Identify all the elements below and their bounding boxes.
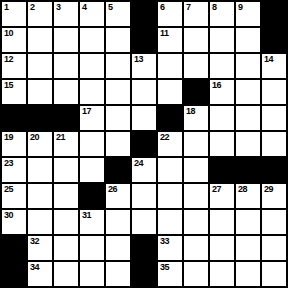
cell-r9c4[interactable] bbox=[106, 236, 130, 260]
cell-r5c8[interactable] bbox=[210, 132, 234, 156]
clue-number: 3 bbox=[56, 2, 61, 12]
clue-number: 6 bbox=[160, 2, 165, 12]
cell-r8c7[interactable] bbox=[184, 210, 208, 234]
black-cell-r4c1 bbox=[28, 106, 52, 130]
cell-r9c2[interactable] bbox=[54, 236, 78, 260]
cell-r9c3[interactable] bbox=[80, 236, 104, 260]
cell-r6c3[interactable] bbox=[80, 158, 104, 182]
cell-r10c3[interactable] bbox=[80, 262, 104, 286]
cell-r6c2[interactable] bbox=[54, 158, 78, 182]
cell-r8c0[interactable]: 30 bbox=[2, 210, 26, 234]
cell-r7c1[interactable] bbox=[28, 184, 52, 208]
cell-r0c8[interactable]: 8 bbox=[210, 2, 234, 26]
black-cell-r0c10 bbox=[262, 2, 286, 26]
black-cell-r4c2 bbox=[54, 106, 78, 130]
cell-r3c2[interactable] bbox=[54, 80, 78, 104]
cell-r0c7[interactable]: 7 bbox=[184, 2, 208, 26]
clue-number: 10 bbox=[4, 28, 13, 38]
cell-r8c10[interactable] bbox=[262, 210, 286, 234]
cell-r3c4[interactable] bbox=[106, 80, 130, 104]
cell-r9c8[interactable] bbox=[210, 236, 234, 260]
cell-r6c5[interactable]: 24 bbox=[132, 158, 156, 182]
clue-number: 12 bbox=[4, 54, 13, 64]
cell-r5c2[interactable]: 21 bbox=[54, 132, 78, 156]
cell-r2c8[interactable] bbox=[210, 54, 234, 78]
clue-number: 32 bbox=[30, 236, 39, 246]
black-cell-r6c9 bbox=[236, 158, 260, 182]
clue-number: 11 bbox=[160, 28, 169, 38]
cell-r7c10[interactable]: 29 bbox=[262, 184, 286, 208]
cell-r2c0[interactable]: 12 bbox=[2, 54, 26, 78]
cell-r0c4[interactable]: 5 bbox=[106, 2, 130, 26]
clue-number: 26 bbox=[108, 184, 117, 194]
cell-r8c6[interactable] bbox=[158, 210, 182, 234]
cell-r3c3[interactable] bbox=[80, 80, 104, 104]
black-cell-r7c3 bbox=[80, 184, 104, 208]
clue-number: 22 bbox=[160, 132, 169, 142]
black-cell-r6c8 bbox=[210, 158, 234, 182]
clue-number: 13 bbox=[134, 54, 143, 64]
clue-number: 23 bbox=[4, 158, 13, 168]
clue-number: 29 bbox=[264, 184, 273, 194]
cell-r7c0[interactable]: 25 bbox=[2, 184, 26, 208]
clue-number: 17 bbox=[82, 106, 91, 116]
cell-r0c0[interactable]: 1 bbox=[2, 2, 26, 26]
cell-r9c10[interactable] bbox=[262, 236, 286, 260]
cell-r2c5[interactable]: 13 bbox=[132, 54, 156, 78]
cell-r7c8[interactable]: 27 bbox=[210, 184, 234, 208]
cell-r2c3[interactable] bbox=[80, 54, 104, 78]
black-cell-r10c5 bbox=[132, 262, 156, 286]
black-cell-r5c5 bbox=[132, 132, 156, 156]
cell-r1c8[interactable] bbox=[210, 28, 234, 52]
cell-r2c2[interactable] bbox=[54, 54, 78, 78]
cell-r7c5[interactable] bbox=[132, 184, 156, 208]
clue-number: 21 bbox=[56, 132, 65, 142]
cell-r1c1[interactable] bbox=[28, 28, 52, 52]
cell-r2c10[interactable]: 14 bbox=[262, 54, 286, 78]
cell-r10c4[interactable] bbox=[106, 262, 130, 286]
cell-r1c0[interactable]: 10 bbox=[2, 28, 26, 52]
cell-r4c8[interactable] bbox=[210, 106, 234, 130]
clue-number: 34 bbox=[30, 262, 39, 272]
cell-r10c2[interactable] bbox=[54, 262, 78, 286]
cell-r2c4[interactable] bbox=[106, 54, 130, 78]
cell-r4c9[interactable] bbox=[236, 106, 260, 130]
crossword-board: 1234567891011121314151617181920212223242… bbox=[0, 0, 288, 288]
clue-number: 28 bbox=[238, 184, 247, 194]
cell-r1c6[interactable]: 11 bbox=[158, 28, 182, 52]
clue-number: 15 bbox=[4, 80, 13, 90]
cell-r10c6[interactable]: 35 bbox=[158, 262, 182, 286]
cell-r3c1[interactable] bbox=[28, 80, 52, 104]
clue-number: 25 bbox=[4, 184, 13, 194]
clue-number: 24 bbox=[134, 158, 143, 168]
clue-number: 27 bbox=[212, 184, 221, 194]
cell-r4c5[interactable] bbox=[132, 106, 156, 130]
cell-r0c2[interactable]: 3 bbox=[54, 2, 78, 26]
cell-r3c10[interactable] bbox=[262, 80, 286, 104]
cell-r5c7[interactable] bbox=[184, 132, 208, 156]
cell-r4c4[interactable] bbox=[106, 106, 130, 130]
cell-r8c9[interactable] bbox=[236, 210, 260, 234]
black-cell-r1c5 bbox=[132, 28, 156, 52]
cell-r5c3[interactable] bbox=[80, 132, 104, 156]
clue-number: 30 bbox=[4, 210, 13, 220]
clue-number: 7 bbox=[186, 2, 191, 12]
cell-r7c4[interactable]: 26 bbox=[106, 184, 130, 208]
clue-number: 4 bbox=[82, 2, 87, 12]
cell-r3c8[interactable]: 16 bbox=[210, 80, 234, 104]
cell-r10c8[interactable] bbox=[210, 262, 234, 286]
clue-number: 19 bbox=[4, 132, 13, 142]
cell-r0c1[interactable]: 2 bbox=[28, 2, 52, 26]
cell-r1c9[interactable] bbox=[236, 28, 260, 52]
clue-number: 18 bbox=[186, 106, 195, 116]
cell-r5c10[interactable] bbox=[262, 132, 286, 156]
cell-r2c6[interactable] bbox=[158, 54, 182, 78]
cell-r4c7[interactable]: 18 bbox=[184, 106, 208, 130]
black-cell-r10c0 bbox=[2, 262, 26, 286]
cell-r2c7[interactable] bbox=[184, 54, 208, 78]
clue-number: 14 bbox=[264, 54, 273, 64]
cell-r10c7[interactable] bbox=[184, 262, 208, 286]
clue-number: 33 bbox=[160, 236, 169, 246]
cell-r6c1[interactable] bbox=[28, 158, 52, 182]
cell-r4c3[interactable]: 17 bbox=[80, 106, 104, 130]
black-cell-r4c0 bbox=[2, 106, 26, 130]
cell-r3c6[interactable] bbox=[158, 80, 182, 104]
cell-r2c1[interactable] bbox=[28, 54, 52, 78]
cell-r7c6[interactable] bbox=[158, 184, 182, 208]
cell-r10c10[interactable] bbox=[262, 262, 286, 286]
cell-r1c4[interactable] bbox=[106, 28, 130, 52]
clue-number: 20 bbox=[30, 132, 39, 142]
cell-r6c6[interactable] bbox=[158, 158, 182, 182]
cell-r9c7[interactable] bbox=[184, 236, 208, 260]
black-cell-r6c4 bbox=[106, 158, 130, 182]
cell-r0c6[interactable]: 6 bbox=[158, 2, 182, 26]
cell-r5c1[interactable]: 20 bbox=[28, 132, 52, 156]
clue-number: 35 bbox=[160, 262, 169, 272]
clue-number: 8 bbox=[212, 2, 217, 12]
cell-r7c7[interactable] bbox=[184, 184, 208, 208]
cell-r9c6[interactable]: 33 bbox=[158, 236, 182, 260]
cell-r4c10[interactable] bbox=[262, 106, 286, 130]
cell-r5c6[interactable]: 22 bbox=[158, 132, 182, 156]
black-cell-r1c10 bbox=[262, 28, 286, 52]
cell-r10c9[interactable] bbox=[236, 262, 260, 286]
cell-r8c4[interactable] bbox=[106, 210, 130, 234]
cell-r8c5[interactable] bbox=[132, 210, 156, 234]
cell-r1c3[interactable] bbox=[80, 28, 104, 52]
cell-r0c9[interactable]: 9 bbox=[236, 2, 260, 26]
cell-r8c2[interactable] bbox=[54, 210, 78, 234]
black-cell-r9c0 bbox=[2, 236, 26, 260]
cell-r8c1[interactable] bbox=[28, 210, 52, 234]
cell-r10c1[interactable]: 34 bbox=[28, 262, 52, 286]
cell-r1c7[interactable] bbox=[184, 28, 208, 52]
cell-r3c0[interactable]: 15 bbox=[2, 80, 26, 104]
cell-r9c9[interactable] bbox=[236, 236, 260, 260]
cell-r5c4[interactable] bbox=[106, 132, 130, 156]
cell-r9c1[interactable]: 32 bbox=[28, 236, 52, 260]
clue-number: 2 bbox=[30, 2, 35, 12]
cell-r7c9[interactable]: 28 bbox=[236, 184, 260, 208]
cell-r7c2[interactable] bbox=[54, 184, 78, 208]
cell-r3c9[interactable] bbox=[236, 80, 260, 104]
clue-number: 16 bbox=[212, 80, 221, 90]
cell-r6c0[interactable]: 23 bbox=[2, 158, 26, 182]
cell-r1c2[interactable] bbox=[54, 28, 78, 52]
black-cell-r4c6 bbox=[158, 106, 182, 130]
black-cell-r0c5 bbox=[132, 2, 156, 26]
black-cell-r9c5 bbox=[132, 236, 156, 260]
black-cell-r6c10 bbox=[262, 158, 286, 182]
cell-r5c9[interactable] bbox=[236, 132, 260, 156]
cell-r8c8[interactable] bbox=[210, 210, 234, 234]
cell-r3c5[interactable] bbox=[132, 80, 156, 104]
clue-number: 31 bbox=[82, 210, 91, 220]
cell-r0c3[interactable]: 4 bbox=[80, 2, 104, 26]
black-cell-r3c7 bbox=[184, 80, 208, 104]
cell-r2c9[interactable] bbox=[236, 54, 260, 78]
clue-number: 5 bbox=[108, 2, 113, 12]
cell-r6c7[interactable] bbox=[184, 158, 208, 182]
cell-r5c0[interactable]: 19 bbox=[2, 132, 26, 156]
clue-number: 1 bbox=[4, 2, 9, 12]
cell-r8c3[interactable]: 31 bbox=[80, 210, 104, 234]
clue-number: 9 bbox=[238, 2, 243, 12]
